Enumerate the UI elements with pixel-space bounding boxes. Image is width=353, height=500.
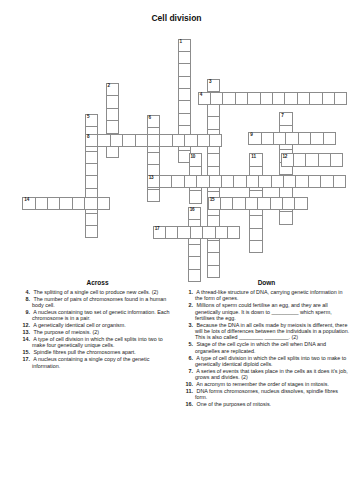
grid-cell-17-across-2[interactable] <box>165 226 178 239</box>
grid-number-1: 1 <box>180 40 182 45</box>
clue-number-label: 12. <box>20 322 30 328</box>
clue-12-across: 12. A genetically identical cell or orga… <box>20 322 175 328</box>
grid-cell-4-across-11[interactable] <box>322 92 335 105</box>
clue-number-label: 17. <box>20 356 30 362</box>
grid-cell-13-across-5[interactable] <box>196 175 209 188</box>
grid-number-14: 14 <box>24 198 29 203</box>
grid-cell-8-across-1[interactable]: 8 <box>85 134 98 147</box>
grid-cell-13-across-14[interactable] <box>308 175 321 188</box>
grid-cell-13-across-2[interactable] <box>159 175 172 188</box>
grid-cell-13-across-7[interactable] <box>221 175 234 188</box>
grid-cell-15-across-5[interactable] <box>257 197 270 210</box>
clue-number-label: 15. <box>20 349 30 355</box>
grid-cell-5-down-1[interactable]: 5 <box>85 114 98 127</box>
grid-cell-16-down-1[interactable]: 16 <box>188 207 201 220</box>
grid-cell-1-down-7[interactable] <box>178 113 191 126</box>
clue-16-down: 16. One of the purposes of mitosis. <box>183 401 350 407</box>
grid-cell-17-across-6[interactable] <box>215 226 228 239</box>
grid-cell-2-down-2[interactable] <box>106 95 119 108</box>
entry-9-across: 9 <box>248 132 336 145</box>
grid-cell-15-across-4[interactable] <box>245 197 258 210</box>
grid-cell-3-down-16[interactable] <box>207 265 220 278</box>
entry-8-across: 8 <box>85 134 222 147</box>
clue-number-label: 2. <box>183 302 193 308</box>
clue-number-label: 10. <box>183 381 193 387</box>
entry-12-across: 12 <box>281 153 344 166</box>
clue-15-across: 15. Spindle fibres pull the chromosomes … <box>20 349 175 355</box>
grid-cell-9-across-1[interactable]: 9 <box>248 132 261 145</box>
grid-cell-13-across-8[interactable] <box>233 175 246 188</box>
grid-cell-13-across-13[interactable] <box>295 175 308 188</box>
grid-cell-14-across-5[interactable] <box>72 197 85 210</box>
clue-13-across: 13. The purpose of meiosis. (2) <box>20 329 175 335</box>
clue-6-down: 6. A type of cell division in which the … <box>183 355 350 368</box>
clue-number-label: 13. <box>20 329 30 335</box>
clue-number-label: 1. <box>183 289 193 295</box>
grid-cell-8-across-3[interactable] <box>110 134 123 147</box>
grid-cell-4-across-2[interactable] <box>210 92 223 105</box>
crossword-grid: 1234567891011121314151617 <box>0 0 353 500</box>
grid-cell-14-across-1[interactable]: 14 <box>22 197 35 210</box>
grid-number-8: 8 <box>87 135 89 140</box>
clue-4-across: 4. The splitting of a single cell to pro… <box>20 289 175 295</box>
grid-cell-3-down-3[interactable] <box>207 104 220 117</box>
clue-8-across: 8. The number of pairs of chromosomes fo… <box>20 296 175 309</box>
grid-cell-5-down-4[interactable] <box>85 151 98 164</box>
grid-cell-12-across-3[interactable] <box>305 153 318 166</box>
clue-11-down: 11. DNA forms chromosomes, nucleus disso… <box>183 388 350 401</box>
grid-cell-2-down-4[interactable] <box>106 120 119 133</box>
grid-number-16: 16 <box>190 208 195 213</box>
grid-number-11: 11 <box>251 155 255 160</box>
entry-13-across: 13 <box>147 175 346 188</box>
grid-cell-13-across-15[interactable] <box>320 175 333 188</box>
grid-cell-17-across-4[interactable] <box>190 226 203 239</box>
grid-cell-7-down-9[interactable] <box>279 211 292 224</box>
grid-cell-3-down-1[interactable]: 3 <box>207 79 220 92</box>
grid-number-10: 10 <box>191 155 196 160</box>
grid-cell-9-across-7[interactable] <box>323 132 336 145</box>
entry-4-across: 4 <box>198 92 348 105</box>
grid-cell-12-across-2[interactable] <box>293 153 306 166</box>
grid-cell-4-across-12[interactable] <box>334 92 347 105</box>
grid-cell-6-down-1[interactable]: 6 <box>147 115 160 128</box>
grid-cell-9-across-2[interactable] <box>261 132 274 145</box>
grid-cell-12-across-4[interactable] <box>318 153 331 166</box>
grid-number-12: 12 <box>283 155 288 160</box>
grid-number-3: 3 <box>209 80 211 85</box>
grid-cell-4-across-8[interactable] <box>284 92 297 105</box>
clue-number-label: 6. <box>183 355 193 361</box>
clue-9-across: 9. A nucleus containing two set of genet… <box>20 309 175 322</box>
grid-cell-15-across-3[interactable] <box>232 197 245 210</box>
grid-cell-7-down-1[interactable]: 7 <box>279 112 292 125</box>
grid-cell-16-down-4[interactable] <box>188 244 201 257</box>
grid-cell-11-down-1[interactable]: 11 <box>249 153 262 166</box>
grid-cell-2-down-1[interactable]: 2 <box>106 83 119 96</box>
grid-cell-13-across-1[interactable]: 13 <box>147 175 160 188</box>
grid-cell-1-down-4[interactable] <box>178 76 191 89</box>
clue-3-down: 3. Because the DNA in all cells made by … <box>183 322 350 341</box>
grid-cell-8-across-8[interactable] <box>172 134 185 147</box>
clue-7-down: 7. A series of events that takes place i… <box>183 368 350 381</box>
grid-cell-9-across-5[interactable] <box>298 132 311 145</box>
grid-cell-1-down-6[interactable] <box>178 100 191 113</box>
grid-cell-13-across-11[interactable] <box>271 175 284 188</box>
grid-cell-17-across-7[interactable] <box>227 226 240 239</box>
clue-2-down: 2. Millions of sperm could fertilise an … <box>183 302 350 321</box>
grid-cell-4-across-7[interactable] <box>272 92 285 105</box>
grid-cell-8-across-2[interactable] <box>97 134 110 147</box>
clue-14-across: 14. A type of cell division in which the… <box>20 336 175 349</box>
across-clues-column: Across 4. The splitting of a single cell… <box>20 279 175 408</box>
grid-cell-13-across-16[interactable] <box>333 175 346 188</box>
grid-cell-8-across-5[interactable] <box>135 134 148 147</box>
grid-cell-8-across-11[interactable] <box>209 134 222 147</box>
grid-cell-8-across-4[interactable] <box>122 134 135 147</box>
grid-cell-4-across-4[interactable] <box>235 92 248 105</box>
grid-cell-13-across-4[interactable] <box>184 175 197 188</box>
grid-cell-1-down-3[interactable] <box>178 63 191 76</box>
clue-10-down: 10. An acronym to remember the order of … <box>183 381 350 387</box>
grid-cell-1-down-5[interactable] <box>178 88 191 101</box>
clues-section: Across 4. The splitting of a single cell… <box>20 279 350 408</box>
down-header: Down <box>183 279 350 286</box>
grid-cell-13-across-10[interactable] <box>258 175 271 188</box>
grid-cell-10-down-4[interactable] <box>189 190 202 203</box>
grid-cell-15-across-7[interactable] <box>282 197 295 210</box>
across-clue-list: 4. The splitting of a single cell to pro… <box>20 289 175 369</box>
grid-cell-4-across-1[interactable]: 4 <box>198 92 211 105</box>
grid-cell-14-across-2[interactable] <box>35 197 48 210</box>
clue-number-label: 14. <box>20 336 30 342</box>
grid-cell-5-down-10[interactable] <box>85 225 98 238</box>
grid-cell-13-across-3[interactable] <box>171 175 184 188</box>
grid-cell-9-across-6[interactable] <box>310 132 323 145</box>
clue-1-down: 1. A thread-like structure of DNA, carry… <box>183 289 350 302</box>
grid-cell-2-down-3[interactable] <box>106 108 119 121</box>
grid-number-5: 5 <box>87 115 89 120</box>
grid-cell-13-across-6[interactable] <box>209 175 222 188</box>
grid-cell-15-across-2[interactable] <box>220 197 233 210</box>
clue-number-label: 11. <box>183 388 193 394</box>
grid-cell-6-down-4[interactable] <box>147 152 160 165</box>
grid-number-13: 13 <box>149 176 154 181</box>
grid-number-15: 15 <box>210 198 215 203</box>
clue-number-label: 16. <box>183 401 193 407</box>
grid-cell-17-across-5[interactable] <box>202 226 215 239</box>
across-header: Across <box>20 279 175 286</box>
grid-cell-12-across-5[interactable] <box>330 153 343 166</box>
grid-cell-3-down-4[interactable] <box>207 116 220 129</box>
grid-number-17: 17 <box>155 227 160 232</box>
grid-cell-9-across-4[interactable] <box>285 132 298 145</box>
grid-cell-4-across-9[interactable] <box>297 92 310 105</box>
down-clues-column: Down 1. A thread-like structure of DNA, … <box>183 279 350 408</box>
grid-cell-14-across-6[interactable] <box>84 197 97 210</box>
grid-cell-14-across-7[interactable] <box>97 197 110 210</box>
grid-number-7: 7 <box>281 114 283 119</box>
entry-17-across: 17 <box>153 226 241 239</box>
grid-cell-6-down-7[interactable] <box>147 189 160 202</box>
entry-16-down: 16 <box>188 207 201 282</box>
grid-cell-16-down-5[interactable] <box>188 256 201 269</box>
grid-cell-11-down-8[interactable] <box>249 240 262 253</box>
grid-cell-4-across-10[interactable] <box>309 92 322 105</box>
grid-cell-9-across-3[interactable] <box>273 132 286 145</box>
entry-6-down: 6 <box>147 115 160 203</box>
grid-number-2: 2 <box>108 84 110 89</box>
grid-cell-5-down-6[interactable] <box>85 175 98 188</box>
entry-14-across: 14 <box>22 197 110 210</box>
grid-cell-14-across-4[interactable] <box>59 197 72 210</box>
grid-cell-4-across-5[interactable] <box>247 92 260 105</box>
clue-5-down: 5. Stage of the cell cycle in which the … <box>183 341 350 354</box>
grid-number-6: 6 <box>149 116 151 121</box>
grid-cell-5-down-5[interactable] <box>85 163 98 176</box>
grid-cell-15-across-6[interactable] <box>270 197 283 210</box>
grid-cell-17-across-3[interactable] <box>177 226 190 239</box>
grid-cell-14-across-3[interactable] <box>47 197 60 210</box>
grid-cell-8-across-9[interactable] <box>184 134 197 147</box>
entry-5-down: 5 <box>85 114 98 239</box>
grid-cell-8-across-10[interactable] <box>197 134 210 147</box>
grid-cell-4-across-6[interactable] <box>260 92 273 105</box>
grid-cell-15-across-8[interactable] <box>294 197 307 210</box>
grid-cell-15-across-1[interactable]: 15 <box>208 197 221 210</box>
grid-cell-3-down-7[interactable] <box>207 153 220 166</box>
grid-cell-13-across-9[interactable] <box>246 175 259 188</box>
clue-number-label: 9. <box>20 309 30 315</box>
grid-cell-12-across-1[interactable]: 12 <box>281 153 294 166</box>
clue-17-across: 17. A nucleus containing a single copy o… <box>20 356 175 369</box>
grid-cell-8-across-7[interactable] <box>159 134 172 147</box>
down-clue-list: 1. A thread-like structure of DNA, carry… <box>183 289 350 407</box>
clue-number-label: 4. <box>20 289 30 295</box>
clue-number-label: 3. <box>183 322 193 328</box>
grid-cell-11-down-7[interactable] <box>249 228 262 241</box>
grid-number-4: 4 <box>200 93 202 98</box>
grid-cell-3-down-14[interactable] <box>207 240 220 253</box>
grid-cell-1-down-1[interactable]: 1 <box>178 39 191 52</box>
grid-cell-8-across-6[interactable] <box>147 134 160 147</box>
grid-cell-5-down-9[interactable] <box>85 213 98 226</box>
grid-cell-11-down-6[interactable] <box>249 215 262 228</box>
grid-cell-10-down-1[interactable]: 10 <box>189 153 202 166</box>
grid-cell-3-down-15[interactable] <box>207 252 220 265</box>
grid-cell-13-across-12[interactable] <box>283 175 296 188</box>
grid-cell-1-down-2[interactable] <box>178 51 191 64</box>
clue-number-label: 8. <box>20 296 30 302</box>
clue-number-label: 5. <box>183 341 193 347</box>
clue-number-label: 7. <box>183 368 193 374</box>
entry-15-across: 15 <box>208 197 308 210</box>
grid-cell-4-across-3[interactable] <box>222 92 235 105</box>
grid-cell-17-across-1[interactable]: 17 <box>153 226 166 239</box>
grid-number-9: 9 <box>250 133 252 138</box>
